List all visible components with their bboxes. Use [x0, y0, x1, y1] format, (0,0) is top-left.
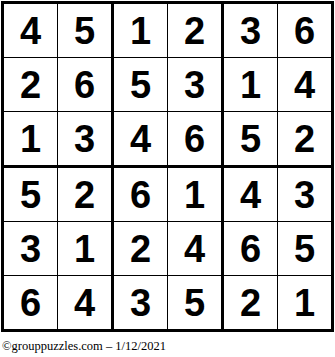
grid-cell-r3c2: 3 — [58, 112, 114, 168]
grid-cell-r6c3: 3 — [114, 276, 168, 329]
grid-cell-r6c2: 4 — [58, 276, 114, 329]
grid-cell-r6c6: 1 — [278, 276, 331, 329]
grid-cell-r3c4: 6 — [168, 112, 224, 168]
grid-cell-r1c4: 2 — [168, 4, 224, 58]
grid-cell-r3c5: 5 — [224, 112, 278, 168]
grid-cell-r1c3: 1 — [114, 4, 168, 58]
grid-cell-r1c5: 3 — [224, 4, 278, 58]
grid-cell-r1c2: 5 — [58, 4, 114, 58]
grid-cell-r2c6: 4 — [278, 58, 331, 112]
grid-cell-r6c5: 2 — [224, 276, 278, 329]
grid-cell-r5c3: 2 — [114, 222, 168, 276]
sudoku-page: 451236265314134652526143312465643521 ©gr… — [0, 0, 335, 357]
grid-cell-r4c5: 4 — [224, 168, 278, 222]
grid-cell-r6c4: 5 — [168, 276, 224, 329]
grid-cell-r5c2: 1 — [58, 222, 114, 276]
grid-cell-r4c4: 1 — [168, 168, 224, 222]
grid-cell-r4c2: 2 — [58, 168, 114, 222]
grid-cell-r3c3: 4 — [114, 112, 168, 168]
grid-cell-r2c2: 6 — [58, 58, 114, 112]
grid-cell-r1c1: 4 — [4, 4, 58, 58]
grid-cell-r5c5: 6 — [224, 222, 278, 276]
grid-cell-r6c1: 6 — [4, 276, 58, 329]
grid-cell-r2c1: 2 — [4, 58, 58, 112]
grid-cell-r5c1: 3 — [4, 222, 58, 276]
grid-cell-r3c6: 2 — [278, 112, 331, 168]
sudoku-grid: 451236265314134652526143312465643521 — [1, 1, 334, 332]
grid-cell-r1c6: 6 — [278, 4, 331, 58]
grid-cell-r3c1: 1 — [4, 112, 58, 168]
grid-cell-r2c3: 5 — [114, 58, 168, 112]
grid-cell-r5c4: 4 — [168, 222, 224, 276]
grid-cell-r4c3: 6 — [114, 168, 168, 222]
grid-cell-r4c1: 5 — [4, 168, 58, 222]
grid-cell-r2c4: 3 — [168, 58, 224, 112]
copyright-credit: ©grouppuzzles.com – 1/12/2021 — [2, 339, 166, 354]
grid-cell-r2c5: 1 — [224, 58, 278, 112]
grid-cell-r4c6: 3 — [278, 168, 331, 222]
grid-cell-r5c6: 5 — [278, 222, 331, 276]
